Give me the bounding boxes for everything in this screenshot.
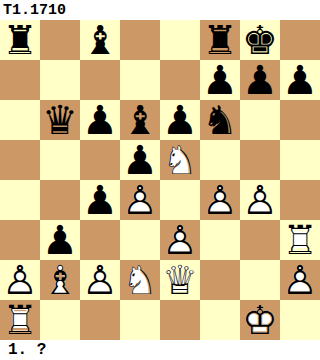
piece-outline-layer: ♙ xyxy=(200,180,240,220)
piece-outline-layer: ♙ xyxy=(80,260,120,300)
square-e2[interactable]: ♛♕ xyxy=(160,260,200,300)
square-h3[interactable]: ♜♖ xyxy=(280,220,320,260)
square-d4[interactable]: ♟♙ xyxy=(120,180,160,220)
black-pawn-icon[interactable]: ♟ xyxy=(280,60,320,100)
square-e6[interactable]: ♟ xyxy=(160,100,200,140)
square-c7[interactable] xyxy=(80,60,120,100)
square-g4[interactable]: ♟♙ xyxy=(240,180,280,220)
piece-outline-layer: ♙ xyxy=(280,260,320,300)
square-h4[interactable] xyxy=(280,180,320,220)
piece-solid-layer: ♟ xyxy=(120,140,160,180)
puzzle-id: T1.1710 xyxy=(3,2,66,19)
square-d1[interactable] xyxy=(120,300,160,340)
square-e7[interactable] xyxy=(160,60,200,100)
piece-outline-layer: ♘ xyxy=(160,140,200,180)
square-g1[interactable]: ♚♔ xyxy=(240,300,280,340)
square-g6[interactable] xyxy=(240,100,280,140)
piece-solid-layer: ♜ xyxy=(0,20,40,60)
square-d3[interactable] xyxy=(120,220,160,260)
square-g3[interactable] xyxy=(240,220,280,260)
white-pawn-icon[interactable]: ♟♙ xyxy=(240,180,280,220)
white-rook-icon[interactable]: ♜♖ xyxy=(280,220,320,260)
square-a6[interactable] xyxy=(0,100,40,140)
square-h6[interactable] xyxy=(280,100,320,140)
square-c4[interactable]: ♟ xyxy=(80,180,120,220)
black-bishop-icon[interactable]: ♝ xyxy=(80,20,120,60)
black-queen-icon[interactable]: ♛ xyxy=(40,100,80,140)
square-h8[interactable] xyxy=(280,20,320,60)
move-prompt-bar: 1. ? xyxy=(0,340,320,360)
square-e3[interactable]: ♟♙ xyxy=(160,220,200,260)
square-c3[interactable] xyxy=(80,220,120,260)
square-b6[interactable]: ♛ xyxy=(40,100,80,140)
square-h2[interactable]: ♟♙ xyxy=(280,260,320,300)
black-knight-icon[interactable]: ♞ xyxy=(200,100,240,140)
square-c2[interactable]: ♟♙ xyxy=(80,260,120,300)
square-f1[interactable] xyxy=(200,300,240,340)
square-a5[interactable] xyxy=(0,140,40,180)
move-prompt: 1. ? xyxy=(8,341,46,359)
piece-solid-layer: ♟ xyxy=(160,100,200,140)
piece-solid-layer: ♟ xyxy=(80,100,120,140)
square-f7[interactable]: ♟ xyxy=(200,60,240,100)
square-d6[interactable]: ♝ xyxy=(120,100,160,140)
chess-board: ♜♝♜♚♟♟♟♛♟♝♟♞♟♞♘♟♟♙♟♙♟♙♟♟♙♜♖♟♙♝♗♟♙♞♘♛♕♟♙♜… xyxy=(0,20,320,340)
piece-outline-layer: ♖ xyxy=(280,220,320,260)
square-e5[interactable]: ♞♘ xyxy=(160,140,200,180)
square-f4[interactable]: ♟♙ xyxy=(200,180,240,220)
white-king-icon[interactable]: ♚♔ xyxy=(240,300,280,340)
piece-solid-layer: ♟ xyxy=(80,180,120,220)
piece-solid-layer: ♝ xyxy=(120,100,160,140)
piece-solid-layer: ♞ xyxy=(200,100,240,140)
piece-outline-layer: ♖ xyxy=(0,300,40,340)
square-c5[interactable] xyxy=(80,140,120,180)
square-h5[interactable] xyxy=(280,140,320,180)
white-queen-icon[interactable]: ♛♕ xyxy=(160,260,200,300)
black-pawn-icon[interactable]: ♟ xyxy=(120,140,160,180)
square-d5[interactable]: ♟ xyxy=(120,140,160,180)
white-knight-icon[interactable]: ♞♘ xyxy=(120,260,160,300)
square-f6[interactable]: ♞ xyxy=(200,100,240,140)
square-b2[interactable]: ♝♗ xyxy=(40,260,80,300)
square-d8[interactable] xyxy=(120,20,160,60)
piece-outline-layer: ♙ xyxy=(240,180,280,220)
square-h7[interactable]: ♟ xyxy=(280,60,320,100)
black-pawn-icon[interactable]: ♟ xyxy=(80,180,120,220)
white-pawn-icon[interactable]: ♟♙ xyxy=(80,260,120,300)
white-knight-icon[interactable]: ♞♘ xyxy=(160,140,200,180)
square-a8[interactable]: ♜ xyxy=(0,20,40,60)
square-a4[interactable] xyxy=(0,180,40,220)
square-g2[interactable] xyxy=(240,260,280,300)
square-b4[interactable] xyxy=(40,180,80,220)
piece-outline-layer: ♙ xyxy=(120,180,160,220)
piece-solid-layer: ♟ xyxy=(200,60,240,100)
square-e1[interactable] xyxy=(160,300,200,340)
square-h1[interactable] xyxy=(280,300,320,340)
white-pawn-icon[interactable]: ♟♙ xyxy=(160,220,200,260)
piece-solid-layer: ♝ xyxy=(80,20,120,60)
piece-solid-layer: ♜ xyxy=(200,20,240,60)
square-b1[interactable] xyxy=(40,300,80,340)
white-pawn-icon[interactable]: ♟♙ xyxy=(280,260,320,300)
square-a2[interactable]: ♟♙ xyxy=(0,260,40,300)
square-f2[interactable] xyxy=(200,260,240,300)
square-c6[interactable]: ♟ xyxy=(80,100,120,140)
square-d2[interactable]: ♞♘ xyxy=(120,260,160,300)
piece-solid-layer: ♟ xyxy=(40,220,80,260)
square-a3[interactable] xyxy=(0,220,40,260)
square-b3[interactable]: ♟ xyxy=(40,220,80,260)
square-f5[interactable] xyxy=(200,140,240,180)
piece-solid-layer: ♟ xyxy=(240,60,280,100)
piece-outline-layer: ♘ xyxy=(120,260,160,300)
puzzle-id-bar: T1.1710 xyxy=(0,0,320,20)
square-b7[interactable] xyxy=(40,60,80,100)
piece-solid-layer: ♟ xyxy=(280,60,320,100)
square-e8[interactable] xyxy=(160,20,200,60)
black-bishop-icon[interactable]: ♝ xyxy=(120,100,160,140)
white-pawn-icon[interactable]: ♟♙ xyxy=(120,180,160,220)
white-bishop-icon[interactable]: ♝♗ xyxy=(40,260,80,300)
square-f3[interactable] xyxy=(200,220,240,260)
black-pawn-icon[interactable]: ♟ xyxy=(240,60,280,100)
piece-outline-layer: ♙ xyxy=(0,260,40,300)
piece-outline-layer: ♗ xyxy=(40,260,80,300)
piece-solid-layer: ♛ xyxy=(40,100,80,140)
square-b8[interactable] xyxy=(40,20,80,60)
square-e4[interactable] xyxy=(160,180,200,220)
piece-outline-layer: ♔ xyxy=(240,300,280,340)
square-d7[interactable] xyxy=(120,60,160,100)
black-pawn-icon[interactable]: ♟ xyxy=(200,60,240,100)
square-g8[interactable]: ♚ xyxy=(240,20,280,60)
black-pawn-icon[interactable]: ♟ xyxy=(80,100,120,140)
black-rook-icon[interactable]: ♜ xyxy=(0,20,40,60)
piece-solid-layer: ♚ xyxy=(240,20,280,60)
black-king-icon[interactable]: ♚ xyxy=(240,20,280,60)
white-pawn-icon[interactable]: ♟♙ xyxy=(0,260,40,300)
square-a1[interactable]: ♜♖ xyxy=(0,300,40,340)
square-a7[interactable] xyxy=(0,60,40,100)
square-f8[interactable]: ♜ xyxy=(200,20,240,60)
square-c8[interactable]: ♝ xyxy=(80,20,120,60)
black-pawn-icon[interactable]: ♟ xyxy=(40,220,80,260)
square-g7[interactable]: ♟ xyxy=(240,60,280,100)
piece-outline-layer: ♕ xyxy=(160,260,200,300)
white-pawn-icon[interactable]: ♟♙ xyxy=(200,180,240,220)
black-rook-icon[interactable]: ♜ xyxy=(200,20,240,60)
black-pawn-icon[interactable]: ♟ xyxy=(160,100,200,140)
square-b5[interactable] xyxy=(40,140,80,180)
white-rook-icon[interactable]: ♜♖ xyxy=(0,300,40,340)
piece-outline-layer: ♙ xyxy=(160,220,200,260)
square-g5[interactable] xyxy=(240,140,280,180)
chess-puzzle-app: T1.1710 ♜♝♜♚♟♟♟♛♟♝♟♞♟♞♘♟♟♙♟♙♟♙♟♟♙♜♖♟♙♝♗♟… xyxy=(0,0,320,360)
square-c1[interactable] xyxy=(80,300,120,340)
